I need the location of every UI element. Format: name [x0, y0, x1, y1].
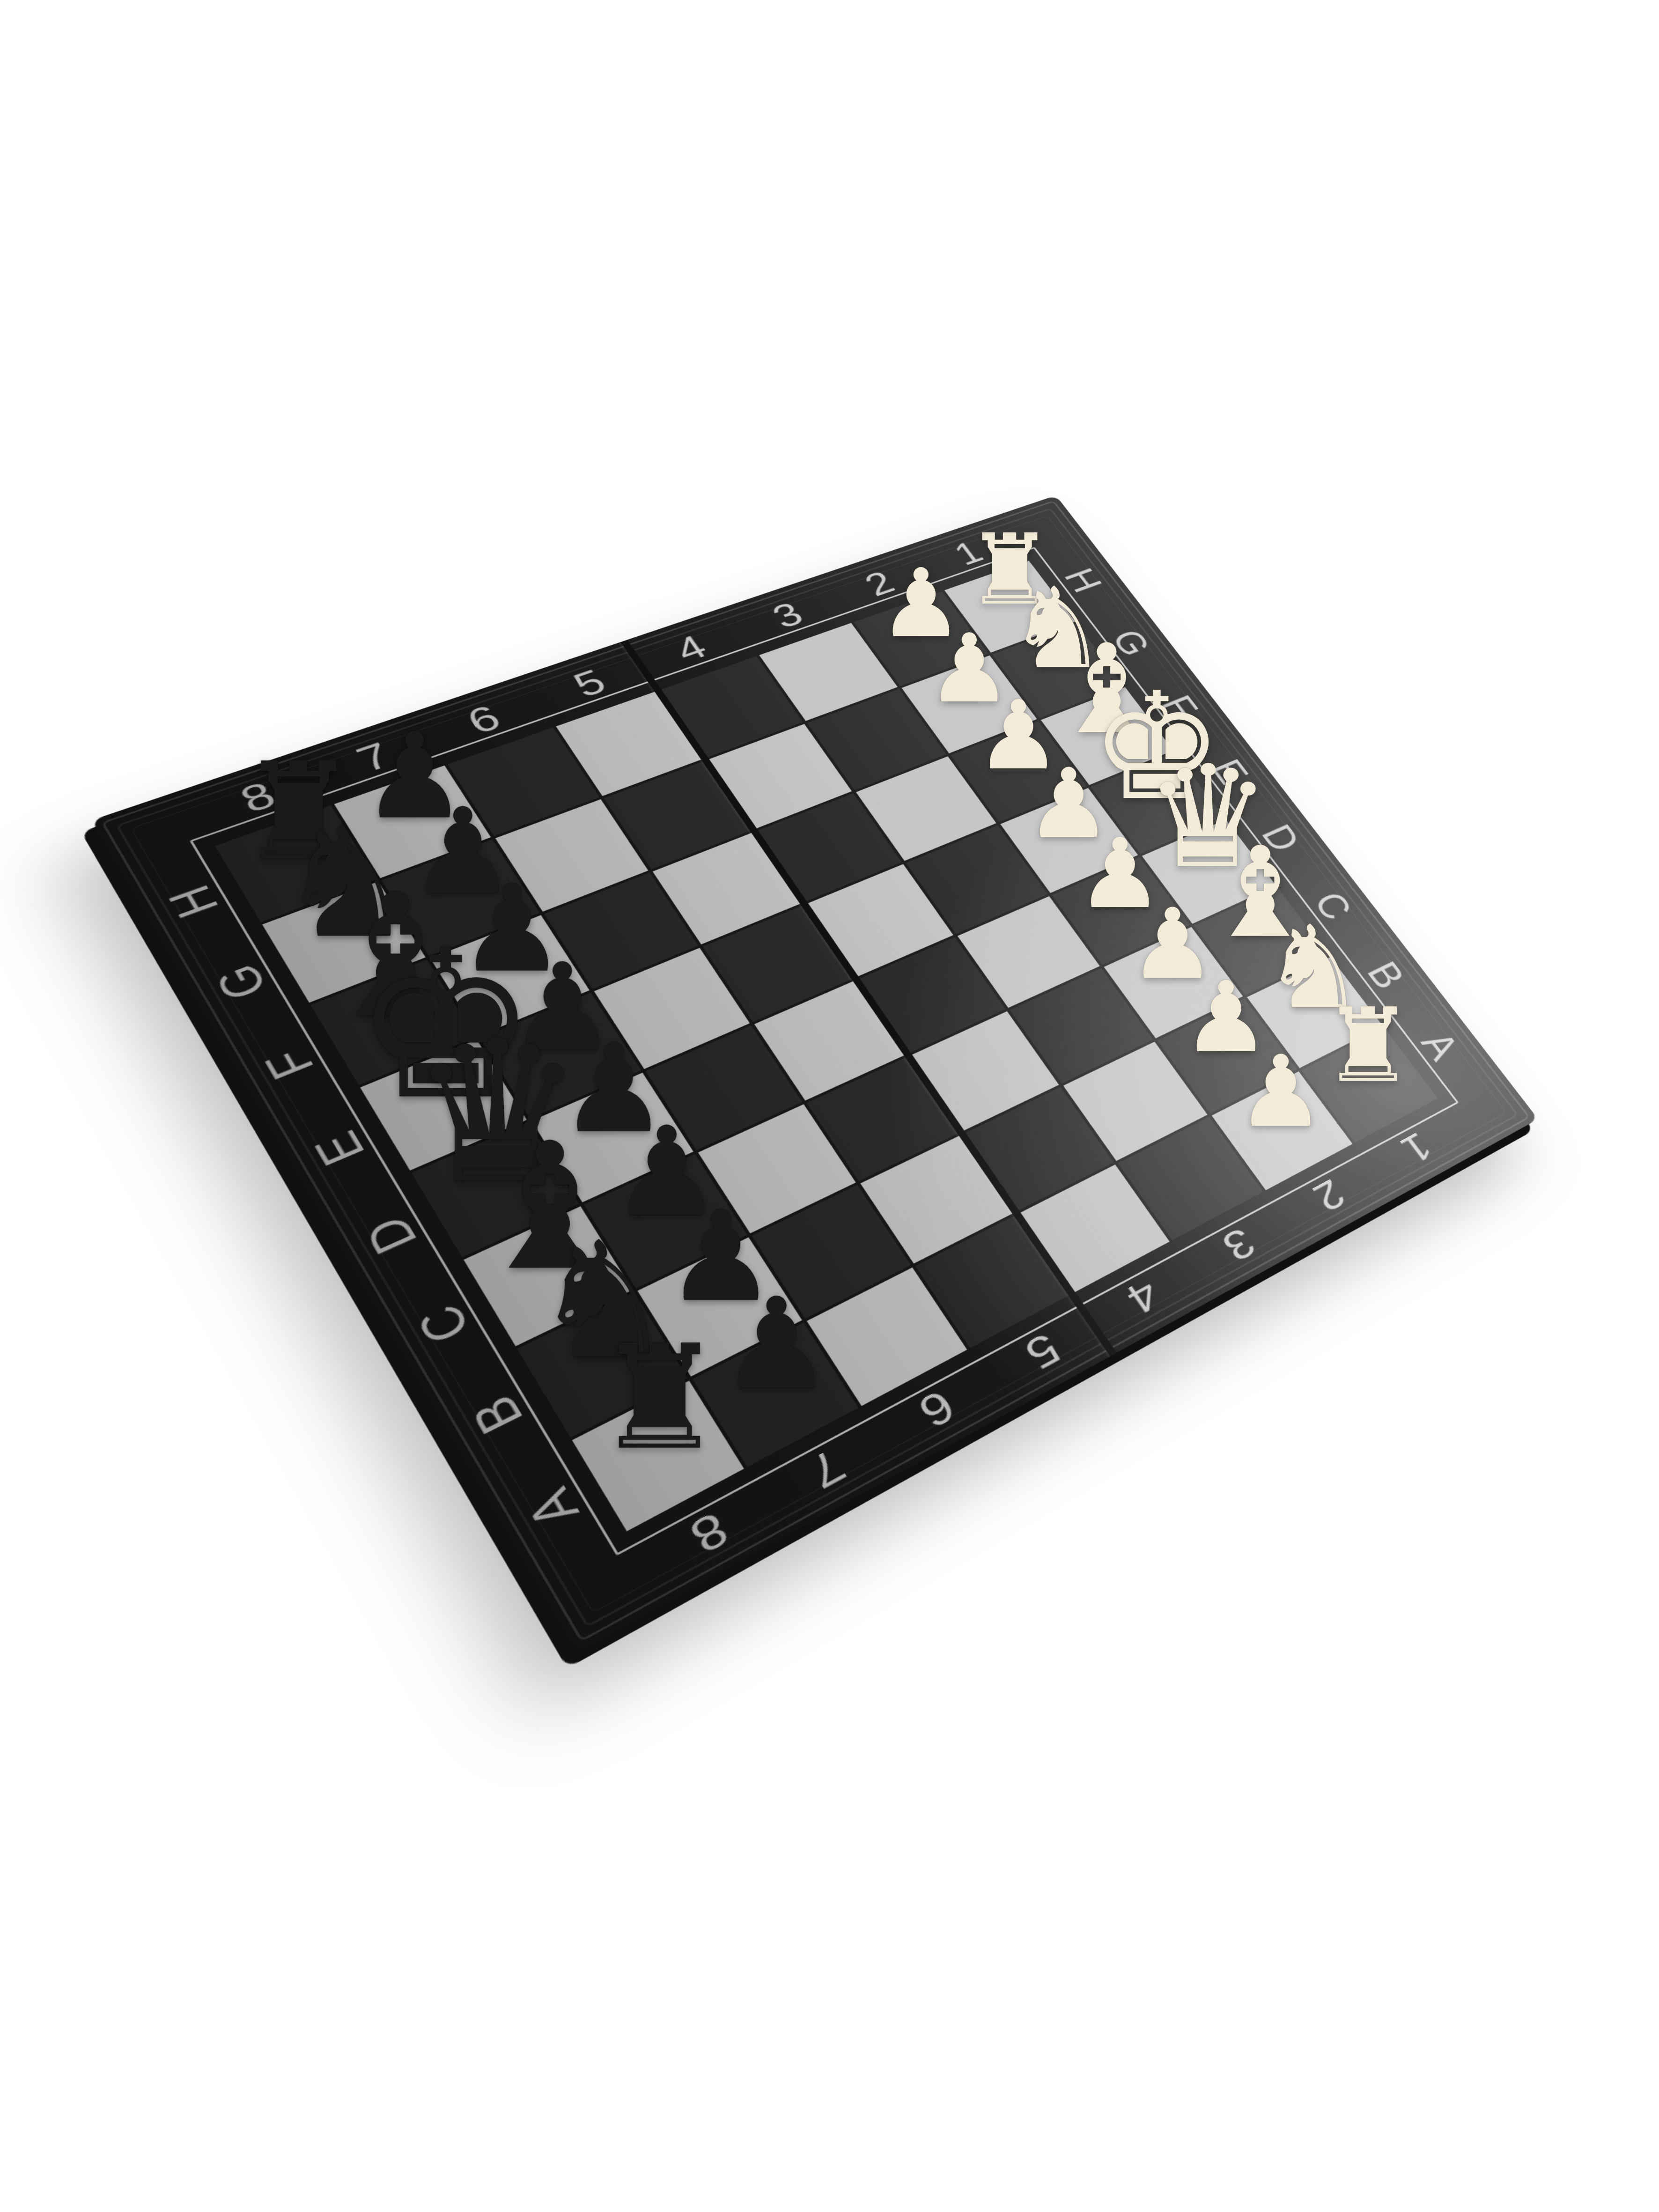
file-label-e-rank1-edge: E — [1205, 754, 1256, 789]
file-label-b-rank8-edge: B — [461, 1387, 532, 1442]
rank-label-1-filea-edge: 1 — [1394, 1126, 1439, 1170]
file-label-g-rank8-edge: G — [205, 957, 276, 1006]
file-label-h-rank1-edge: H — [1058, 564, 1109, 597]
file-label-a-rank1-edge: A — [1415, 1026, 1467, 1066]
rank-label-1-fileh-edge: 1 — [948, 536, 990, 570]
file-label-c-rank1-edge: C — [1307, 887, 1360, 926]
file-label-c-rank8-edge: C — [407, 1296, 479, 1351]
file-label-e-rank8-edge: E — [304, 1124, 374, 1172]
file-label-f-rank1-edge: F — [1156, 691, 1205, 723]
rank-label-8-fileh-edge: 8 — [233, 775, 283, 818]
rank-label-4-filea-edge: 4 — [1118, 1273, 1168, 1322]
file-label-f-rank8-edge: F — [255, 1041, 323, 1086]
rank-label-4-fileh-edge: 4 — [668, 629, 714, 667]
rank-label-2-filea-edge: 2 — [1306, 1173, 1353, 1219]
rank-label-8-filea-edge: 8 — [681, 1505, 737, 1562]
file-label-h-rank8-edge: H — [158, 879, 228, 924]
file-label-d-rank8-edge: D — [355, 1209, 426, 1261]
rank-label-7-fileh-edge: 7 — [350, 736, 398, 778]
rank-label-3-filea-edge: 3 — [1214, 1222, 1262, 1269]
file-label-d-rank1-edge: D — [1255, 819, 1308, 857]
rank-label-5-filea-edge: 5 — [1017, 1327, 1068, 1378]
chess-board: HH11GG22FF33EE44DD55CC66BB77AA88 — [91, 495, 1538, 1652]
file-label-b-rank1-edge: B — [1360, 956, 1412, 995]
board-grid — [215, 560, 1438, 1531]
rank-label-5-fileh-edge: 5 — [567, 664, 613, 702]
rank-label-3-fileh-edge: 3 — [766, 597, 810, 633]
file-label-g-rank1-edge: G — [1105, 625, 1158, 661]
file-label-a-rank8-edge: A — [516, 1480, 588, 1537]
rank-label-7-filea-edge: 7 — [799, 1442, 853, 1497]
rank-label-6-fileh-edge: 6 — [461, 699, 508, 739]
rank-label-6-filea-edge: 6 — [911, 1383, 963, 1436]
rank-label-2-fileh-edge: 2 — [858, 566, 901, 601]
product-photo-scene: HH11GG22FF33EE44DD55CC66BB77AA88 ♜♞♝♛♚♝♞… — [0, 0, 1659, 2212]
